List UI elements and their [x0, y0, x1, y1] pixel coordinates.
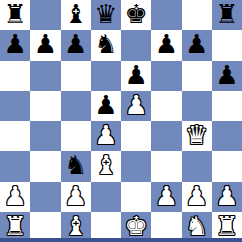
- black-pawn[interactable]: ♟: [64, 31, 87, 57]
- square-a7[interactable]: ♟: [0, 30, 30, 60]
- black-pawn[interactable]: ♟: [3, 31, 26, 57]
- square-g2[interactable]: ♟: [182, 182, 212, 212]
- black-rook[interactable]: ♜: [3, 1, 26, 27]
- chess-board: ♜♝♛♚♜♟♟♟♞♟♟♟♟♟♟♟♛♞♝♟♟♟♟♟♜♝♚♞♜: [0, 0, 242, 242]
- square-e3[interactable]: [121, 151, 151, 181]
- square-f6[interactable]: [151, 61, 181, 91]
- square-f2[interactable]: ♟: [151, 182, 181, 212]
- board-bottom-edge: [0, 238, 242, 242]
- white-pawn[interactable]: ♟: [155, 183, 178, 209]
- white-pawn[interactable]: ♟: [94, 122, 117, 148]
- square-b7[interactable]: ♟: [30, 30, 60, 60]
- black-pawn[interactable]: ♟: [215, 62, 238, 88]
- square-g4[interactable]: ♛: [182, 121, 212, 151]
- black-pawn[interactable]: ♟: [34, 31, 57, 57]
- square-a4[interactable]: [0, 121, 30, 151]
- white-rook[interactable]: ♜: [3, 213, 26, 239]
- square-h4[interactable]: [212, 121, 242, 151]
- square-f5[interactable]: [151, 91, 181, 121]
- square-d2[interactable]: [91, 182, 121, 212]
- black-queen[interactable]: ♛: [94, 1, 117, 27]
- square-f4[interactable]: [151, 121, 181, 151]
- square-b6[interactable]: [30, 61, 60, 91]
- square-e7[interactable]: [121, 30, 151, 60]
- square-e8[interactable]: ♚: [121, 0, 151, 30]
- white-rook[interactable]: ♜: [215, 213, 238, 239]
- white-king[interactable]: ♚: [124, 213, 147, 239]
- black-pawn[interactable]: ♟: [185, 31, 208, 57]
- square-f3[interactable]: [151, 151, 181, 181]
- square-d5[interactable]: ♟: [91, 91, 121, 121]
- square-h7[interactable]: [212, 30, 242, 60]
- square-b2[interactable]: [30, 182, 60, 212]
- square-b5[interactable]: [30, 91, 60, 121]
- square-b4[interactable]: [30, 121, 60, 151]
- square-c4[interactable]: [61, 121, 91, 151]
- square-g8[interactable]: [182, 0, 212, 30]
- black-pawn[interactable]: ♟: [124, 62, 147, 88]
- square-d6[interactable]: [91, 61, 121, 91]
- white-bishop[interactable]: ♝: [94, 152, 117, 178]
- square-h6[interactable]: ♟: [212, 61, 242, 91]
- square-c2[interactable]: ♟: [61, 182, 91, 212]
- square-b3[interactable]: [30, 151, 60, 181]
- black-knight[interactable]: ♞: [94, 31, 117, 57]
- square-c5[interactable]: [61, 91, 91, 121]
- square-d8[interactable]: ♛: [91, 0, 121, 30]
- square-h8[interactable]: ♜: [212, 0, 242, 30]
- square-e4[interactable]: [121, 121, 151, 151]
- square-c3[interactable]: ♞: [61, 151, 91, 181]
- square-e2[interactable]: [121, 182, 151, 212]
- square-a6[interactable]: [0, 61, 30, 91]
- white-knight[interactable]: ♞: [185, 213, 208, 239]
- square-c7[interactable]: ♟: [61, 30, 91, 60]
- square-e6[interactable]: ♟: [121, 61, 151, 91]
- square-d3[interactable]: ♝: [91, 151, 121, 181]
- black-king[interactable]: ♚: [124, 1, 147, 27]
- square-h2[interactable]: ♟: [212, 182, 242, 212]
- black-bishop[interactable]: ♝: [64, 1, 87, 27]
- black-knight[interactable]: ♞: [64, 152, 87, 178]
- square-a8[interactable]: ♜: [0, 0, 30, 30]
- square-d7[interactable]: ♞: [91, 30, 121, 60]
- black-rook[interactable]: ♜: [215, 1, 238, 27]
- square-a5[interactable]: [0, 91, 30, 121]
- square-e5[interactable]: ♟: [121, 91, 151, 121]
- square-d4[interactable]: ♟: [91, 121, 121, 151]
- square-b8[interactable]: [30, 0, 60, 30]
- white-queen[interactable]: ♛: [185, 122, 208, 148]
- square-g7[interactable]: ♟: [182, 30, 212, 60]
- square-f8[interactable]: [151, 0, 181, 30]
- square-a2[interactable]: ♟: [0, 182, 30, 212]
- chess-board-widget: ♜♝♛♚♜♟♟♟♞♟♟♟♟♟♟♟♛♞♝♟♟♟♟♟♜♝♚♞♜: [0, 0, 242, 242]
- white-pawn[interactable]: ♟: [185, 183, 208, 209]
- square-c8[interactable]: ♝: [61, 0, 91, 30]
- square-a3[interactable]: [0, 151, 30, 181]
- white-bishop[interactable]: ♝: [64, 213, 87, 239]
- black-pawn[interactable]: ♟: [94, 92, 117, 118]
- white-pawn[interactable]: ♟: [124, 92, 147, 118]
- white-pawn[interactable]: ♟: [215, 183, 238, 209]
- black-pawn[interactable]: ♟: [155, 31, 178, 57]
- square-h5[interactable]: [212, 91, 242, 121]
- white-pawn[interactable]: ♟: [64, 183, 87, 209]
- square-h3[interactable]: [212, 151, 242, 181]
- white-pawn[interactable]: ♟: [3, 183, 26, 209]
- square-c6[interactable]: [61, 61, 91, 91]
- square-g6[interactable]: [182, 61, 212, 91]
- square-g3[interactable]: [182, 151, 212, 181]
- square-f7[interactable]: ♟: [151, 30, 181, 60]
- square-g5[interactable]: [182, 91, 212, 121]
